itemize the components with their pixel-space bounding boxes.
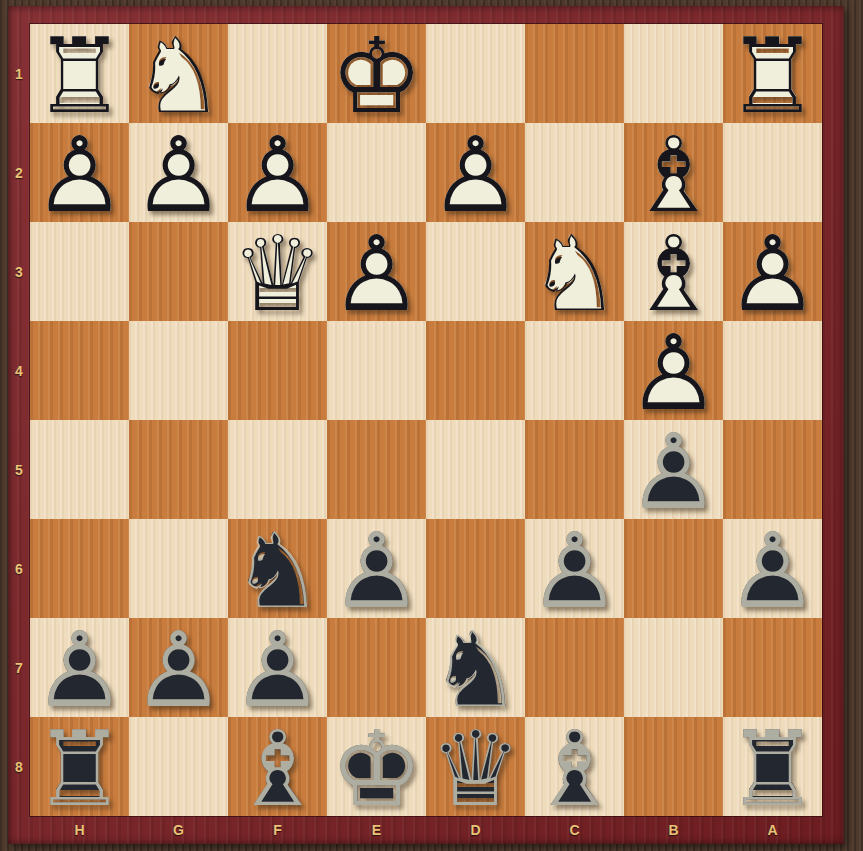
black-rook-a8: ♜♖	[723, 717, 822, 816]
piece-line-glyph: ♖	[30, 24, 129, 123]
square-h7[interactable]: ♟♙	[30, 618, 129, 717]
square-a3[interactable]: ♟♙	[723, 222, 822, 321]
black-pawn-f7: ♟♙	[228, 618, 327, 717]
black-pawn-e6: ♟♙	[327, 519, 426, 618]
white-pawn-f2: ♟♙	[228, 123, 327, 222]
square-a5[interactable]	[723, 420, 822, 519]
white-king-e1: ♚♔	[327, 24, 426, 123]
square-h3[interactable]	[30, 222, 129, 321]
square-g1[interactable]: ♞♘	[129, 24, 228, 123]
square-b6[interactable]	[624, 519, 723, 618]
square-f1[interactable]	[228, 24, 327, 123]
piece-line-glyph: ♘	[129, 24, 228, 123]
square-g8[interactable]	[129, 717, 228, 816]
square-d1[interactable]	[426, 24, 525, 123]
piece-line-glyph: ♗	[624, 222, 723, 321]
white-rook-h1: ♜♖	[30, 24, 129, 123]
square-f3[interactable]: ♛♕	[228, 222, 327, 321]
square-f4[interactable]	[228, 321, 327, 420]
square-b8[interactable]	[624, 717, 723, 816]
piece-line-glyph: ♙	[327, 222, 426, 321]
square-b2[interactable]: ♝♗	[624, 123, 723, 222]
white-pawn-g2: ♟♙	[129, 123, 228, 222]
piece-line-glyph: ♙	[426, 123, 525, 222]
piece-line-glyph: ♙	[129, 123, 228, 222]
square-g7[interactable]: ♟♙	[129, 618, 228, 717]
piece-line-glyph: ♗	[624, 123, 723, 222]
piece-line-glyph: ♖	[723, 717, 822, 816]
piece-line-glyph: ♙	[327, 519, 426, 618]
square-f5[interactable]	[228, 420, 327, 519]
white-queen-f3: ♛♕	[228, 222, 327, 321]
square-c5[interactable]	[525, 420, 624, 519]
file-label-g: G	[129, 816, 228, 844]
square-h4[interactable]	[30, 321, 129, 420]
square-e2[interactable]	[327, 123, 426, 222]
square-a8[interactable]: ♜♖	[723, 717, 822, 816]
black-bishop-c8: ♝♗	[525, 717, 624, 816]
piece-line-glyph: ♙	[30, 618, 129, 717]
square-h6[interactable]	[30, 519, 129, 618]
black-pawn-a6: ♟♙	[723, 519, 822, 618]
square-a7[interactable]	[723, 618, 822, 717]
square-c2[interactable]	[525, 123, 624, 222]
square-h1[interactable]: ♜♖	[30, 24, 129, 123]
black-pawn-c6: ♟♙	[525, 519, 624, 618]
square-e8[interactable]: ♚♔	[327, 717, 426, 816]
piece-line-glyph: ♙	[624, 420, 723, 519]
square-c8[interactable]: ♝♗	[525, 717, 624, 816]
square-b7[interactable]	[624, 618, 723, 717]
white-bishop-b2: ♝♗	[624, 123, 723, 222]
square-e3[interactable]: ♟♙	[327, 222, 426, 321]
piece-line-glyph: ♗	[525, 717, 624, 816]
square-d3[interactable]	[426, 222, 525, 321]
piece-line-glyph: ♘	[426, 618, 525, 717]
square-g6[interactable]	[129, 519, 228, 618]
square-b5[interactable]: ♟♙	[624, 420, 723, 519]
piece-line-glyph: ♙	[228, 618, 327, 717]
black-king-e8: ♚♔	[327, 717, 426, 816]
rank-labels: 12345678	[8, 24, 30, 816]
piece-line-glyph: ♕	[228, 222, 327, 321]
board: ♜♖♞♘♚♔♜♖♟♙♟♙♟♙♟♙♝♗♛♕♟♙♞♘♝♗♟♙♟♙♟♙♞♘♟♙♟♙♟♙…	[30, 24, 822, 816]
piece-line-glyph: ♔	[327, 24, 426, 123]
square-c4[interactable]	[525, 321, 624, 420]
piece-line-glyph: ♘	[525, 222, 624, 321]
board-frame: 12345678 HGFEDCBA ♜♖♞♘♚♔♜♖♟♙♟♙♟♙♟♙♝♗♛♕♟♙…	[8, 6, 844, 844]
rank-label-1: 1	[8, 24, 30, 123]
piece-line-glyph: ♙	[30, 123, 129, 222]
file-label-b: B	[624, 816, 723, 844]
rank-label-5: 5	[8, 420, 30, 519]
rank-label-6: 6	[8, 519, 30, 618]
white-bishop-b3: ♝♗	[624, 222, 723, 321]
black-rook-h8: ♜♖	[30, 717, 129, 816]
square-h2[interactable]: ♟♙	[30, 123, 129, 222]
piece-line-glyph: ♙	[525, 519, 624, 618]
piece-line-glyph: ♗	[228, 717, 327, 816]
black-knight-d7: ♞♘	[426, 618, 525, 717]
square-e4[interactable]	[327, 321, 426, 420]
piece-line-glyph: ♙	[723, 519, 822, 618]
square-c7[interactable]	[525, 618, 624, 717]
square-b1[interactable]	[624, 24, 723, 123]
white-rook-a1: ♜♖	[723, 24, 822, 123]
square-e1[interactable]: ♚♔	[327, 24, 426, 123]
square-g2[interactable]: ♟♙	[129, 123, 228, 222]
rank-label-4: 4	[8, 321, 30, 420]
square-f8[interactable]: ♝♗	[228, 717, 327, 816]
square-e7[interactable]	[327, 618, 426, 717]
square-d6[interactable]	[426, 519, 525, 618]
square-h5[interactable]	[30, 420, 129, 519]
square-a6[interactable]: ♟♙	[723, 519, 822, 618]
black-queen-d8: ♛♕	[426, 717, 525, 816]
piece-line-glyph: ♙	[723, 222, 822, 321]
square-a2[interactable]	[723, 123, 822, 222]
square-b4[interactable]: ♟♙	[624, 321, 723, 420]
white-knight-g1: ♞♘	[129, 24, 228, 123]
square-d2[interactable]: ♟♙	[426, 123, 525, 222]
square-a1[interactable]: ♜♖	[723, 24, 822, 123]
square-c1[interactable]	[525, 24, 624, 123]
black-pawn-g7: ♟♙	[129, 618, 228, 717]
square-g3[interactable]	[129, 222, 228, 321]
piece-line-glyph: ♘	[228, 519, 327, 618]
piece-line-glyph: ♔	[327, 717, 426, 816]
black-knight-f6: ♞♘	[228, 519, 327, 618]
square-d5[interactable]	[426, 420, 525, 519]
piece-line-glyph: ♙	[624, 321, 723, 420]
piece-line-glyph: ♙	[129, 618, 228, 717]
black-pawn-b5: ♟♙	[624, 420, 723, 519]
square-e5[interactable]	[327, 420, 426, 519]
piece-line-glyph: ♖	[30, 717, 129, 816]
rank-label-3: 3	[8, 222, 30, 321]
square-g5[interactable]	[129, 420, 228, 519]
square-f6[interactable]: ♞♘	[228, 519, 327, 618]
white-pawn-e3: ♟♙	[327, 222, 426, 321]
square-c3[interactable]: ♞♘	[525, 222, 624, 321]
white-pawn-b4: ♟♙	[624, 321, 723, 420]
square-c6[interactable]: ♟♙	[525, 519, 624, 618]
rank-label-2: 2	[8, 123, 30, 222]
rank-label-8: 8	[8, 717, 30, 816]
square-b3[interactable]: ♝♗	[624, 222, 723, 321]
white-pawn-d2: ♟♙	[426, 123, 525, 222]
piece-line-glyph: ♙	[228, 123, 327, 222]
square-d4[interactable]	[426, 321, 525, 420]
square-a4[interactable]	[723, 321, 822, 420]
rank-label-7: 7	[8, 618, 30, 717]
white-pawn-h2: ♟♙	[30, 123, 129, 222]
file-labels: HGFEDCBA	[30, 816, 822, 844]
square-f2[interactable]: ♟♙	[228, 123, 327, 222]
white-knight-c3: ♞♘	[525, 222, 624, 321]
white-pawn-a3: ♟♙	[723, 222, 822, 321]
piece-line-glyph: ♕	[426, 717, 525, 816]
square-f7[interactable]: ♟♙	[228, 618, 327, 717]
black-pawn-h7: ♟♙	[30, 618, 129, 717]
square-d7[interactable]: ♞♘	[426, 618, 525, 717]
square-e6[interactable]: ♟♙	[327, 519, 426, 618]
square-d8[interactable]: ♛♕	[426, 717, 525, 816]
square-g4[interactable]	[129, 321, 228, 420]
piece-line-glyph: ♖	[723, 24, 822, 123]
square-h8[interactable]: ♜♖	[30, 717, 129, 816]
black-bishop-f8: ♝♗	[228, 717, 327, 816]
